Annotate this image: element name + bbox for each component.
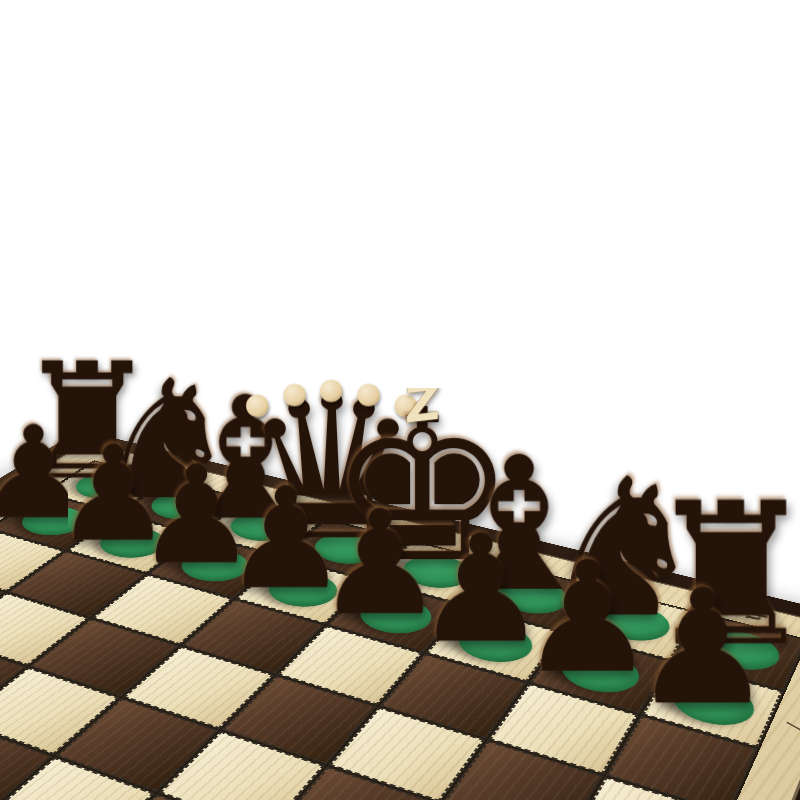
king-cross-finial: Z <box>404 378 440 430</box>
photo-stage: ♜♞♝♛♚Z♝♞♜♟♟♟♟♟♟♟♟ h87 <box>0 0 800 800</box>
piece-black-pawn-h7[interactable]: ♟ <box>615 572 790 723</box>
board-grid: ♜♞♝♛♚Z♝♞♜♟♟♟♟♟♟♟♟ <box>0 461 800 800</box>
crown-ball <box>246 394 268 416</box>
crown-ball <box>283 384 305 406</box>
chess-board: ♜♞♝♛♚Z♝♞♜♟♟♟♟♟♟♟♟ h87 <box>0 430 800 800</box>
